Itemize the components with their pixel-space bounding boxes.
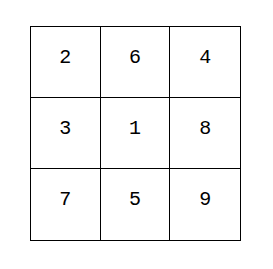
grid-cell-r2c1[interactable]: 3 [31,98,101,169]
grid-cell-r1c1[interactable]: 2 [31,27,101,98]
grid-cell-r3c2[interactable]: 5 [101,169,171,240]
grid-cell-r2c3[interactable]: 8 [170,98,240,169]
grid-cell-r1c3[interactable]: 4 [170,27,240,98]
grid-cell-r2c2[interactable]: 1 [101,98,171,169]
grid-cell-r3c3[interactable]: 9 [170,169,240,240]
grid-cell-r3c1[interactable]: 7 [31,169,101,240]
puzzle-board: 2 6 4 3 1 8 7 5 9 [30,26,241,241]
grid-cell-r1c2[interactable]: 6 [101,27,171,98]
